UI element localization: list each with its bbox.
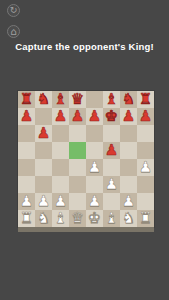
square-b6[interactable]: ♟ [35,125,52,142]
square-h4[interactable]: ♟ [137,159,154,176]
square-d4[interactable] [69,159,86,176]
white-king-piece[interactable]: ♚ [86,210,103,227]
square-g6[interactable] [120,125,137,142]
square-a7[interactable]: ♟ [18,108,35,125]
square-g7[interactable]: ♟ [120,108,137,125]
square-h8[interactable]: ♜ [137,91,154,108]
red-king-piece[interactable]: ♚ [103,108,120,125]
square-d5[interactable] [69,142,86,159]
red-rook-piece[interactable]: ♜ [137,91,154,108]
square-g3[interactable] [120,176,137,193]
white-knight-piece[interactable]: ♞ [35,210,52,227]
square-a8[interactable]: ♜ [18,91,35,108]
white-queen-piece[interactable]: ♛ [69,210,86,227]
square-d8[interactable]: ♛ [69,91,86,108]
red-pawn-piece[interactable]: ♟ [35,125,52,142]
square-e6[interactable] [86,125,103,142]
square-b1[interactable]: ♞ [35,210,52,227]
chess-board: ♜♞♝♛♝♞♜♟♟♟♟♚♟♟♟♟♟♟♟♟♟♟♟♟♜♞♝♛♚♝♞♜ [18,91,154,227]
square-b7[interactable] [35,108,52,125]
square-e8[interactable] [86,91,103,108]
square-h5[interactable] [137,142,154,159]
square-g4[interactable] [120,159,137,176]
white-pawn-piece[interactable]: ♟ [86,159,103,176]
square-f6[interactable] [103,125,120,142]
red-pawn-piece[interactable]: ♟ [52,108,69,125]
square-f3[interactable]: ♟ [103,176,120,193]
square-f7[interactable]: ♚ [103,108,120,125]
square-e7[interactable]: ♟ [86,108,103,125]
red-queen-piece[interactable]: ♛ [69,91,86,108]
square-e1[interactable]: ♚ [86,210,103,227]
square-h6[interactable] [137,125,154,142]
square-b5[interactable] [35,142,52,159]
white-pawn-piece[interactable]: ♟ [120,193,137,210]
square-a3[interactable] [18,176,35,193]
red-knight-piece[interactable]: ♞ [35,91,52,108]
square-d1[interactable]: ♛ [69,210,86,227]
square-h1[interactable]: ♜ [137,210,154,227]
square-b2[interactable]: ♟ [35,193,52,210]
white-pawn-piece[interactable]: ♟ [86,193,103,210]
restart-button[interactable]: ↻ [7,4,20,17]
square-c4[interactable] [52,159,69,176]
square-d3[interactable] [69,176,86,193]
square-f5[interactable]: ♟ [103,142,120,159]
white-bishop-piece[interactable]: ♝ [52,210,69,227]
white-rook-piece[interactable]: ♜ [18,210,35,227]
square-g8[interactable]: ♞ [120,91,137,108]
red-pawn-piece[interactable]: ♟ [86,108,103,125]
red-pawn-piece[interactable]: ♟ [120,108,137,125]
square-a2[interactable]: ♟ [18,193,35,210]
white-pawn-piece[interactable]: ♟ [35,193,52,210]
red-rook-piece[interactable]: ♜ [18,91,35,108]
square-g5[interactable] [120,142,137,159]
red-knight-piece[interactable]: ♞ [120,91,137,108]
square-a6[interactable] [18,125,35,142]
white-pawn-piece[interactable]: ♟ [137,159,154,176]
board-bottom-edge [18,227,154,232]
square-e2[interactable]: ♟ [86,193,103,210]
red-pawn-piece[interactable]: ♟ [18,108,35,125]
white-rook-piece[interactable]: ♜ [137,210,154,227]
square-d2[interactable] [69,193,86,210]
square-c3[interactable] [52,176,69,193]
red-pawn-piece[interactable]: ♟ [69,108,86,125]
white-knight-piece[interactable]: ♞ [120,210,137,227]
square-c6[interactable] [52,125,69,142]
white-pawn-piece[interactable]: ♟ [103,176,120,193]
red-bishop-piece[interactable]: ♝ [103,91,120,108]
app-background: ↻ ⌂ Capture the opponent's King! ♜♞♝♛♝♞♜… [0,0,169,300]
square-f8[interactable]: ♝ [103,91,120,108]
square-h7[interactable]: ♟ [137,108,154,125]
square-c7[interactable]: ♟ [52,108,69,125]
square-e4[interactable]: ♟ [86,159,103,176]
square-d6[interactable] [69,125,86,142]
red-bishop-piece[interactable]: ♝ [52,91,69,108]
square-c2[interactable]: ♟ [52,193,69,210]
square-c8[interactable]: ♝ [52,91,69,108]
white-pawn-piece[interactable]: ♟ [18,193,35,210]
square-a4[interactable] [18,159,35,176]
square-f1[interactable]: ♝ [103,210,120,227]
white-bishop-piece[interactable]: ♝ [103,210,120,227]
red-pawn-piece[interactable]: ♟ [137,108,154,125]
square-a1[interactable]: ♜ [18,210,35,227]
square-d7[interactable]: ♟ [69,108,86,125]
red-pawn-piece[interactable]: ♟ [103,142,120,159]
objective-title: Capture the opponent's King! [0,41,169,52]
square-f4[interactable] [103,159,120,176]
square-f2[interactable] [103,193,120,210]
square-b8[interactable]: ♞ [35,91,52,108]
white-pawn-piece[interactable]: ♟ [52,193,69,210]
home-button[interactable]: ⌂ [7,25,20,38]
square-e3[interactable] [86,176,103,193]
square-h3[interactable] [137,176,154,193]
square-a5[interactable] [18,142,35,159]
square-b3[interactable] [35,176,52,193]
square-g1[interactable]: ♞ [120,210,137,227]
square-g2[interactable]: ♟ [120,193,137,210]
square-h2[interactable] [137,193,154,210]
square-c5[interactable] [52,142,69,159]
square-c1[interactable]: ♝ [52,210,69,227]
square-e5[interactable] [86,142,103,159]
square-b4[interactable] [35,159,52,176]
home-icon: ⌂ [10,27,16,37]
restart-icon: ↻ [10,6,18,15]
